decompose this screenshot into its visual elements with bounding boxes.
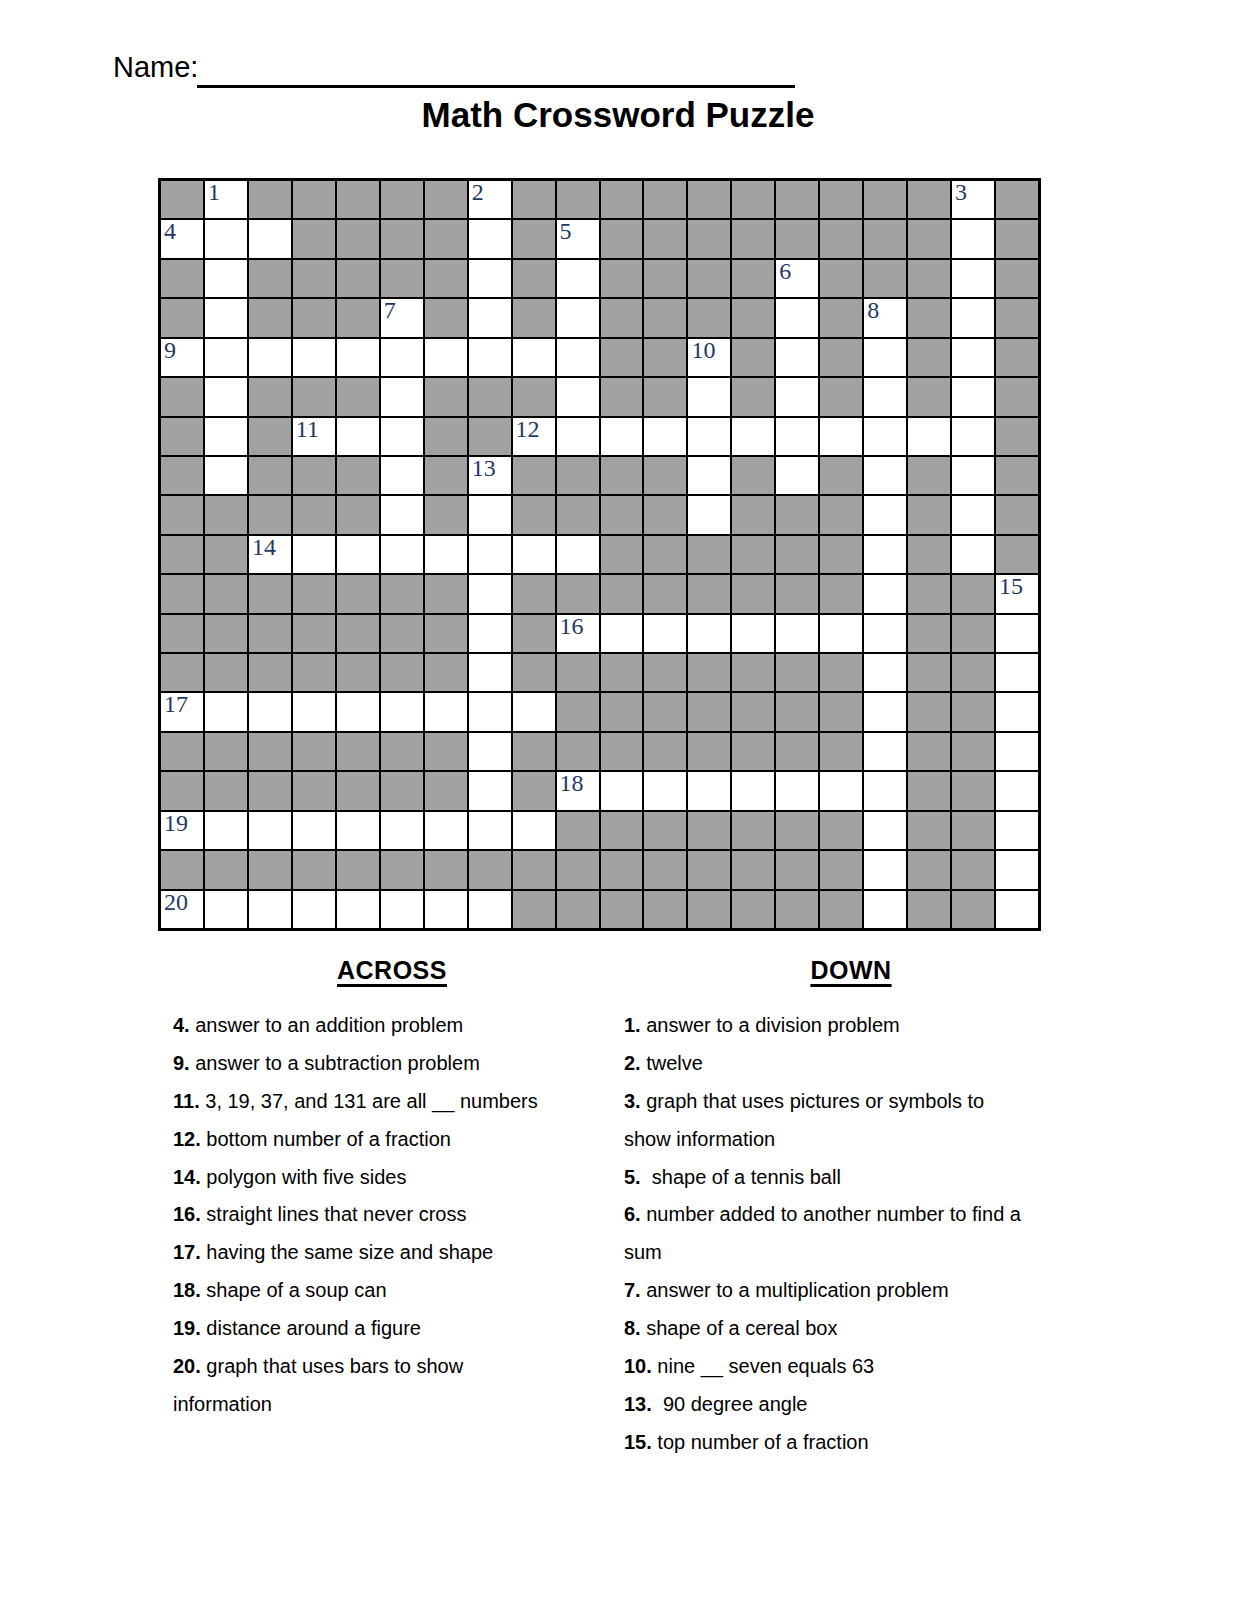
clue-list-number: 11.	[173, 1090, 200, 1112]
open-cell[interactable]	[293, 891, 335, 928]
open-cell[interactable]	[864, 772, 906, 809]
block-cell	[293, 299, 335, 336]
open-cell[interactable]	[996, 851, 1038, 888]
block-cell	[205, 496, 247, 533]
open-cell[interactable]	[469, 299, 511, 336]
block-cell	[601, 536, 643, 573]
open-cell[interactable]	[469, 339, 511, 376]
open-cell[interactable]	[601, 418, 643, 455]
block-cell	[908, 693, 950, 730]
block-cell	[557, 575, 599, 612]
grid-clue-number: 5	[560, 218, 572, 244]
open-cell[interactable]	[776, 299, 818, 336]
block-cell	[337, 260, 379, 297]
block-cell	[820, 733, 862, 770]
open-cell[interactable]	[249, 220, 291, 257]
clue-list-number: 7.	[624, 1279, 641, 1301]
block-cell	[996, 260, 1038, 297]
open-cell[interactable]	[864, 812, 906, 849]
open-cell[interactable]	[381, 418, 423, 455]
block-cell	[337, 299, 379, 336]
block-cell	[337, 654, 379, 691]
block-cell	[908, 181, 950, 218]
clue-list-number: 10.	[624, 1355, 652, 1377]
block-cell	[293, 260, 335, 297]
open-cell[interactable]	[337, 339, 379, 376]
open-cell[interactable]	[469, 654, 511, 691]
block-cell	[601, 220, 643, 257]
block-cell	[381, 851, 423, 888]
open-cell[interactable]: 4	[161, 220, 203, 257]
clue: 15. top number of a fraction	[624, 1424, 1114, 1462]
name-blank-line[interactable]	[197, 54, 795, 88]
open-cell[interactable]	[337, 418, 379, 455]
clue: 5. shape of a tennis ball	[624, 1159, 1114, 1197]
open-cell[interactable]	[952, 299, 994, 336]
block-cell	[381, 575, 423, 612]
open-cell[interactable]	[688, 615, 730, 652]
block-cell	[996, 418, 1038, 455]
grid-clue-number: 3	[955, 179, 967, 205]
grid-clue-number: 10	[691, 337, 715, 363]
open-cell[interactable]	[425, 693, 467, 730]
block-cell	[820, 181, 862, 218]
clue: 10. nine __ seven equals 63	[624, 1348, 1114, 1386]
block-cell	[732, 220, 774, 257]
open-cell[interactable]	[996, 733, 1038, 770]
open-cell[interactable]: 16	[557, 615, 599, 652]
open-cell[interactable]	[776, 615, 818, 652]
across-heading: ACROSS	[282, 956, 502, 985]
open-cell[interactable]	[469, 891, 511, 928]
open-cell[interactable]	[864, 457, 906, 494]
block-cell	[644, 693, 686, 730]
open-cell[interactable]	[513, 339, 555, 376]
block-cell	[820, 693, 862, 730]
open-cell[interactable]	[557, 260, 599, 297]
block-cell	[601, 575, 643, 612]
block-cell	[249, 260, 291, 297]
block-cell	[644, 851, 686, 888]
block-cell	[820, 536, 862, 573]
block-cell	[601, 891, 643, 928]
block-cell	[908, 812, 950, 849]
block-cell	[776, 181, 818, 218]
open-cell[interactable]	[996, 772, 1038, 809]
open-cell[interactable]	[952, 378, 994, 415]
block-cell	[249, 654, 291, 691]
block-cell	[425, 418, 467, 455]
block-cell	[381, 220, 423, 257]
clue: 18. shape of a soup can	[173, 1272, 618, 1310]
open-cell[interactable]	[864, 339, 906, 376]
open-cell[interactable]	[864, 536, 906, 573]
block-cell	[820, 496, 862, 533]
open-cell[interactable]	[557, 418, 599, 455]
block-cell	[908, 299, 950, 336]
open-cell[interactable]	[688, 457, 730, 494]
open-cell[interactable]	[776, 457, 818, 494]
block-cell	[161, 260, 203, 297]
block-cell	[996, 457, 1038, 494]
open-cell[interactable]	[469, 812, 511, 849]
open-cell[interactable]	[425, 536, 467, 573]
open-cell[interactable]	[205, 693, 247, 730]
open-cell[interactable]	[513, 812, 555, 849]
open-cell[interactable]	[820, 418, 862, 455]
block-cell	[820, 299, 862, 336]
clue-list-number: 17.	[173, 1241, 201, 1263]
open-cell[interactable]	[864, 693, 906, 730]
clue-list-number: 15.	[624, 1431, 652, 1453]
block-cell	[776, 536, 818, 573]
block-cell	[381, 181, 423, 218]
open-cell[interactable]	[644, 772, 686, 809]
clue: 1. answer to a division problem	[624, 1007, 1114, 1045]
block-cell	[732, 181, 774, 218]
open-cell[interactable]: 8	[864, 299, 906, 336]
block-cell	[820, 654, 862, 691]
block-cell	[513, 220, 555, 257]
block-cell	[249, 772, 291, 809]
clue-list-number: 9.	[173, 1052, 190, 1074]
block-cell	[293, 615, 335, 652]
open-cell[interactable]	[996, 693, 1038, 730]
open-cell[interactable]	[644, 615, 686, 652]
open-cell[interactable]	[381, 693, 423, 730]
open-cell[interactable]	[205, 418, 247, 455]
block-cell	[337, 496, 379, 533]
block-cell	[161, 575, 203, 612]
open-cell[interactable]	[337, 693, 379, 730]
block-cell	[688, 220, 730, 257]
block-cell	[513, 615, 555, 652]
block-cell	[513, 496, 555, 533]
open-cell[interactable]	[205, 812, 247, 849]
open-cell[interactable]	[469, 260, 511, 297]
open-cell[interactable]: 10	[688, 339, 730, 376]
open-cell[interactable]	[688, 418, 730, 455]
open-cell[interactable]	[381, 536, 423, 573]
open-cell[interactable]: 20	[161, 891, 203, 928]
block-cell	[732, 457, 774, 494]
open-cell[interactable]	[381, 812, 423, 849]
open-cell[interactable]	[205, 457, 247, 494]
open-cell[interactable]: 18	[557, 772, 599, 809]
open-cell[interactable]	[469, 733, 511, 770]
open-cell[interactable]	[952, 418, 994, 455]
open-cell[interactable]	[381, 891, 423, 928]
block-cell	[601, 733, 643, 770]
open-cell[interactable]: 2	[469, 181, 511, 218]
open-cell[interactable]	[469, 693, 511, 730]
block-cell	[908, 575, 950, 612]
open-cell[interactable]	[688, 378, 730, 415]
name-label: Name:	[113, 51, 198, 84]
block-cell	[381, 772, 423, 809]
open-cell[interactable]	[776, 378, 818, 415]
open-cell[interactable]	[337, 891, 379, 928]
open-cell[interactable]	[557, 339, 599, 376]
open-cell[interactable]	[864, 378, 906, 415]
block-cell	[776, 496, 818, 533]
block-cell	[952, 575, 994, 612]
block-cell	[820, 220, 862, 257]
open-cell[interactable]	[908, 418, 950, 455]
open-cell[interactable]	[249, 812, 291, 849]
open-cell[interactable]	[996, 812, 1038, 849]
block-cell	[381, 654, 423, 691]
down-clue-list: 1. answer to a division problem2. twelve…	[624, 1007, 1114, 1462]
block-cell	[732, 339, 774, 376]
open-cell[interactable]	[205, 891, 247, 928]
block-cell	[557, 733, 599, 770]
open-cell[interactable]	[469, 496, 511, 533]
open-cell[interactable]	[732, 772, 774, 809]
open-cell[interactable]	[425, 812, 467, 849]
open-cell[interactable]	[469, 536, 511, 573]
open-cell[interactable]	[820, 615, 862, 652]
block-cell	[820, 339, 862, 376]
clue: 20. graph that uses bars to show	[173, 1348, 618, 1386]
clue-list-number: 12.	[173, 1128, 201, 1150]
block-cell	[337, 220, 379, 257]
clue-list-number: 16.	[173, 1203, 201, 1225]
block-cell	[161, 181, 203, 218]
open-cell[interactable]	[469, 575, 511, 612]
grid-clue-number: 16	[560, 613, 584, 639]
block-cell	[249, 615, 291, 652]
open-cell[interactable]	[776, 339, 818, 376]
open-cell[interactable]	[205, 220, 247, 257]
block-cell	[644, 536, 686, 573]
clue-list-number: 13.	[624, 1393, 652, 1415]
open-cell[interactable]	[381, 457, 423, 494]
open-cell[interactable]: 14	[249, 536, 291, 573]
block-cell	[337, 772, 379, 809]
open-cell[interactable]	[205, 339, 247, 376]
clue-list-number: 20.	[173, 1355, 201, 1377]
open-cell[interactable]	[469, 772, 511, 809]
open-cell[interactable]: 6	[776, 260, 818, 297]
open-cell[interactable]	[952, 457, 994, 494]
open-cell[interactable]	[952, 260, 994, 297]
open-cell[interactable]	[249, 891, 291, 928]
clue: 16. straight lines that never cross	[173, 1196, 618, 1234]
grid-clue-number: 1	[208, 179, 220, 205]
block-cell	[293, 772, 335, 809]
open-cell[interactable]: 15	[996, 575, 1038, 612]
open-cell[interactable]	[952, 496, 994, 533]
block-cell	[293, 733, 335, 770]
open-cell[interactable]: 11	[293, 418, 335, 455]
open-cell[interactable]	[557, 299, 599, 336]
clue-list-number: 5.	[624, 1166, 641, 1188]
open-cell[interactable]: 19	[161, 812, 203, 849]
open-cell[interactable]	[864, 733, 906, 770]
block-cell	[776, 733, 818, 770]
open-cell[interactable]	[557, 378, 599, 415]
block-cell	[337, 851, 379, 888]
open-cell[interactable]	[513, 536, 555, 573]
block-cell	[908, 220, 950, 257]
grid-clue-number: 17	[164, 691, 188, 717]
open-cell[interactable]: 7	[381, 299, 423, 336]
block-cell	[952, 772, 994, 809]
block-cell	[161, 378, 203, 415]
open-cell[interactable]	[952, 536, 994, 573]
clue-list-number: 6.	[624, 1203, 641, 1225]
open-cell[interactable]	[688, 496, 730, 533]
open-cell[interactable]	[293, 536, 335, 573]
open-cell[interactable]: 17	[161, 693, 203, 730]
block-cell	[820, 575, 862, 612]
block-cell	[425, 220, 467, 257]
open-cell[interactable]	[820, 772, 862, 809]
block-cell	[469, 851, 511, 888]
open-cell[interactable]: 13	[469, 457, 511, 494]
block-cell	[161, 851, 203, 888]
block-cell	[601, 693, 643, 730]
open-cell[interactable]	[996, 615, 1038, 652]
block-cell	[337, 457, 379, 494]
open-cell[interactable]	[293, 812, 335, 849]
block-cell	[952, 891, 994, 928]
block-cell	[820, 457, 862, 494]
block-cell	[644, 654, 686, 691]
open-cell[interactable]	[557, 536, 599, 573]
open-cell[interactable]	[337, 812, 379, 849]
open-cell[interactable]	[337, 536, 379, 573]
block-cell	[425, 260, 467, 297]
block-cell	[205, 575, 247, 612]
open-cell[interactable]	[952, 339, 994, 376]
clue: 19. distance around a figure	[173, 1310, 618, 1348]
block-cell	[688, 733, 730, 770]
block-cell	[776, 693, 818, 730]
open-cell[interactable]	[996, 891, 1038, 928]
open-cell[interactable]	[425, 339, 467, 376]
grid-clue-number: 20	[164, 889, 188, 915]
open-cell[interactable]	[601, 615, 643, 652]
block-cell	[601, 181, 643, 218]
block-cell	[908, 733, 950, 770]
open-cell[interactable]	[205, 378, 247, 415]
open-cell[interactable]	[249, 339, 291, 376]
block-cell	[601, 812, 643, 849]
open-cell[interactable]	[381, 339, 423, 376]
block-cell	[908, 536, 950, 573]
open-cell[interactable]	[381, 378, 423, 415]
block-cell	[249, 575, 291, 612]
clue-list-number: 4.	[173, 1014, 190, 1036]
grid-clue-number: 4	[164, 218, 176, 244]
open-cell[interactable]	[293, 339, 335, 376]
open-cell[interactable]	[205, 260, 247, 297]
block-cell	[249, 378, 291, 415]
open-cell[interactable]	[864, 418, 906, 455]
open-cell[interactable]	[864, 575, 906, 612]
block-cell	[688, 654, 730, 691]
clue-list-number: 18.	[173, 1279, 201, 1301]
open-cell[interactable]: 1	[205, 181, 247, 218]
open-cell[interactable]	[952, 220, 994, 257]
block-cell	[425, 851, 467, 888]
open-cell[interactable]	[776, 418, 818, 455]
open-cell[interactable]	[425, 891, 467, 928]
open-cell[interactable]	[864, 891, 906, 928]
block-cell	[908, 260, 950, 297]
block-cell	[776, 220, 818, 257]
open-cell[interactable]	[996, 654, 1038, 691]
open-cell[interactable]	[688, 772, 730, 809]
block-cell	[161, 299, 203, 336]
block-cell	[381, 260, 423, 297]
block-cell	[644, 339, 686, 376]
block-cell	[205, 851, 247, 888]
block-cell	[776, 575, 818, 612]
open-cell[interactable]	[249, 693, 291, 730]
block-cell	[820, 891, 862, 928]
open-cell[interactable]	[732, 418, 774, 455]
open-cell[interactable]	[469, 220, 511, 257]
block-cell	[908, 654, 950, 691]
block-cell	[732, 851, 774, 888]
block-cell	[425, 733, 467, 770]
block-cell	[249, 733, 291, 770]
open-cell[interactable]: 12	[513, 418, 555, 455]
block-cell	[249, 299, 291, 336]
open-cell[interactable]	[469, 615, 511, 652]
open-cell[interactable]	[776, 772, 818, 809]
open-cell[interactable]	[205, 299, 247, 336]
open-cell[interactable]	[293, 693, 335, 730]
block-cell	[249, 181, 291, 218]
block-cell	[864, 181, 906, 218]
block-cell	[688, 693, 730, 730]
block-cell	[557, 693, 599, 730]
open-cell[interactable]	[864, 496, 906, 533]
open-cell[interactable]: 9	[161, 339, 203, 376]
block-cell	[601, 654, 643, 691]
block-cell	[644, 575, 686, 612]
clue-list-number: 3.	[624, 1090, 641, 1112]
open-cell[interactable]	[644, 418, 686, 455]
block-cell	[161, 536, 203, 573]
block-cell	[644, 496, 686, 533]
clue: 11. 3, 19, 37, and 131 are all __ number…	[173, 1083, 618, 1121]
block-cell	[293, 851, 335, 888]
clue: 9. answer to a subtraction problem	[173, 1045, 618, 1083]
open-cell[interactable]	[601, 772, 643, 809]
open-cell[interactable]: 5	[557, 220, 599, 257]
block-cell	[601, 457, 643, 494]
block-cell	[293, 575, 335, 612]
block-cell	[996, 496, 1038, 533]
open-cell[interactable]: 3	[952, 181, 994, 218]
open-cell[interactable]	[513, 693, 555, 730]
open-cell[interactable]	[864, 851, 906, 888]
open-cell[interactable]	[381, 496, 423, 533]
open-cell[interactable]	[864, 654, 906, 691]
page-title: Math Crossword Puzzle	[0, 95, 1236, 135]
open-cell[interactable]	[864, 615, 906, 652]
clue: 14. polygon with five sides	[173, 1159, 618, 1197]
block-cell	[776, 891, 818, 928]
open-cell[interactable]	[732, 615, 774, 652]
grid-clue-number: 6	[779, 258, 791, 284]
block-cell	[513, 654, 555, 691]
